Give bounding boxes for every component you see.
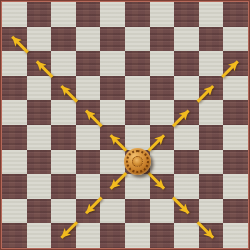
board-square[interactable] xyxy=(2,125,27,150)
board-square[interactable] xyxy=(223,51,248,76)
board-square[interactable] xyxy=(199,100,224,125)
board-square[interactable] xyxy=(199,223,224,248)
board-square[interactable] xyxy=(100,100,125,125)
board-square[interactable] xyxy=(2,199,27,224)
board-square[interactable] xyxy=(51,223,76,248)
board-square[interactable] xyxy=(76,199,101,224)
board-square[interactable] xyxy=(27,223,52,248)
board-square[interactable] xyxy=(76,76,101,101)
board-square[interactable] xyxy=(2,27,27,52)
board-square[interactable] xyxy=(76,27,101,52)
board-square[interactable] xyxy=(100,27,125,52)
board-frame xyxy=(0,0,250,250)
board-square[interactable] xyxy=(51,100,76,125)
board-square[interactable] xyxy=(2,51,27,76)
board-square[interactable] xyxy=(223,76,248,101)
board-square[interactable] xyxy=(125,199,150,224)
board-square[interactable] xyxy=(51,174,76,199)
board-square[interactable] xyxy=(2,100,27,125)
board-square[interactable] xyxy=(27,150,52,175)
board-square[interactable] xyxy=(27,27,52,52)
board-square[interactable] xyxy=(76,150,101,175)
board-square[interactable] xyxy=(27,174,52,199)
board-square[interactable] xyxy=(125,100,150,125)
board-square[interactable] xyxy=(125,2,150,27)
board-square[interactable] xyxy=(174,150,199,175)
board-square[interactable] xyxy=(100,174,125,199)
board-square[interactable] xyxy=(199,76,224,101)
board-square[interactable] xyxy=(2,150,27,175)
board-square[interactable] xyxy=(76,174,101,199)
board-square[interactable] xyxy=(76,100,101,125)
board-square[interactable] xyxy=(199,125,224,150)
board-square[interactable] xyxy=(76,223,101,248)
board-square[interactable] xyxy=(150,150,175,175)
board-square[interactable] xyxy=(51,150,76,175)
board-square[interactable] xyxy=(174,27,199,52)
board-square[interactable] xyxy=(150,125,175,150)
board-square[interactable] xyxy=(150,199,175,224)
board-square[interactable] xyxy=(199,27,224,52)
board-square[interactable] xyxy=(100,51,125,76)
board-square[interactable] xyxy=(150,2,175,27)
board-square[interactable] xyxy=(51,76,76,101)
board-square[interactable] xyxy=(174,76,199,101)
board-square[interactable] xyxy=(150,76,175,101)
board-square[interactable] xyxy=(100,223,125,248)
board-square[interactable] xyxy=(150,223,175,248)
board-square[interactable] xyxy=(100,125,125,150)
board-square[interactable] xyxy=(125,223,150,248)
board-square[interactable] xyxy=(174,100,199,125)
draughts-move-diagram xyxy=(0,0,250,250)
board-square[interactable] xyxy=(150,100,175,125)
board-square[interactable] xyxy=(223,199,248,224)
board-square[interactable] xyxy=(100,2,125,27)
board-square[interactable] xyxy=(199,2,224,27)
board-square[interactable] xyxy=(76,125,101,150)
board-square[interactable] xyxy=(174,125,199,150)
board-square[interactable] xyxy=(27,2,52,27)
board-square[interactable] xyxy=(27,76,52,101)
board-square[interactable] xyxy=(223,223,248,248)
board-square[interactable] xyxy=(51,199,76,224)
board-square[interactable] xyxy=(100,199,125,224)
board-square[interactable] xyxy=(223,174,248,199)
board-square[interactable] xyxy=(100,76,125,101)
board-square[interactable] xyxy=(223,125,248,150)
board-square[interactable] xyxy=(2,2,27,27)
board-square[interactable] xyxy=(100,150,125,175)
board-square[interactable] xyxy=(2,223,27,248)
board-square[interactable] xyxy=(199,199,224,224)
board-square[interactable] xyxy=(27,199,52,224)
board-square[interactable] xyxy=(27,100,52,125)
board-square[interactable] xyxy=(199,51,224,76)
board-square[interactable] xyxy=(2,76,27,101)
board-square[interactable] xyxy=(223,100,248,125)
board-square[interactable] xyxy=(174,223,199,248)
board-square[interactable] xyxy=(199,174,224,199)
board-grid xyxy=(2,2,248,248)
board-square[interactable] xyxy=(223,150,248,175)
board-square[interactable] xyxy=(174,51,199,76)
board-square[interactable] xyxy=(125,51,150,76)
board-square[interactable] xyxy=(150,27,175,52)
board-square[interactable] xyxy=(223,2,248,27)
board-square[interactable] xyxy=(51,2,76,27)
board-square[interactable] xyxy=(76,51,101,76)
board-square[interactable] xyxy=(174,199,199,224)
board-square[interactable] xyxy=(2,174,27,199)
board-square[interactable] xyxy=(51,51,76,76)
board-square[interactable] xyxy=(125,76,150,101)
board-square[interactable] xyxy=(27,51,52,76)
draughts-piece[interactable] xyxy=(124,148,151,175)
board-square[interactable] xyxy=(125,174,150,199)
board-square[interactable] xyxy=(125,27,150,52)
board-square[interactable] xyxy=(223,27,248,52)
board-square[interactable] xyxy=(150,174,175,199)
board-square[interactable] xyxy=(174,174,199,199)
board-square[interactable] xyxy=(174,2,199,27)
board-square[interactable] xyxy=(51,27,76,52)
board-square[interactable] xyxy=(125,125,150,150)
board-square[interactable] xyxy=(150,51,175,76)
board-square[interactable] xyxy=(199,150,224,175)
board-square[interactable] xyxy=(76,2,101,27)
board-square[interactable] xyxy=(27,125,52,150)
board-square[interactable] xyxy=(51,125,76,150)
